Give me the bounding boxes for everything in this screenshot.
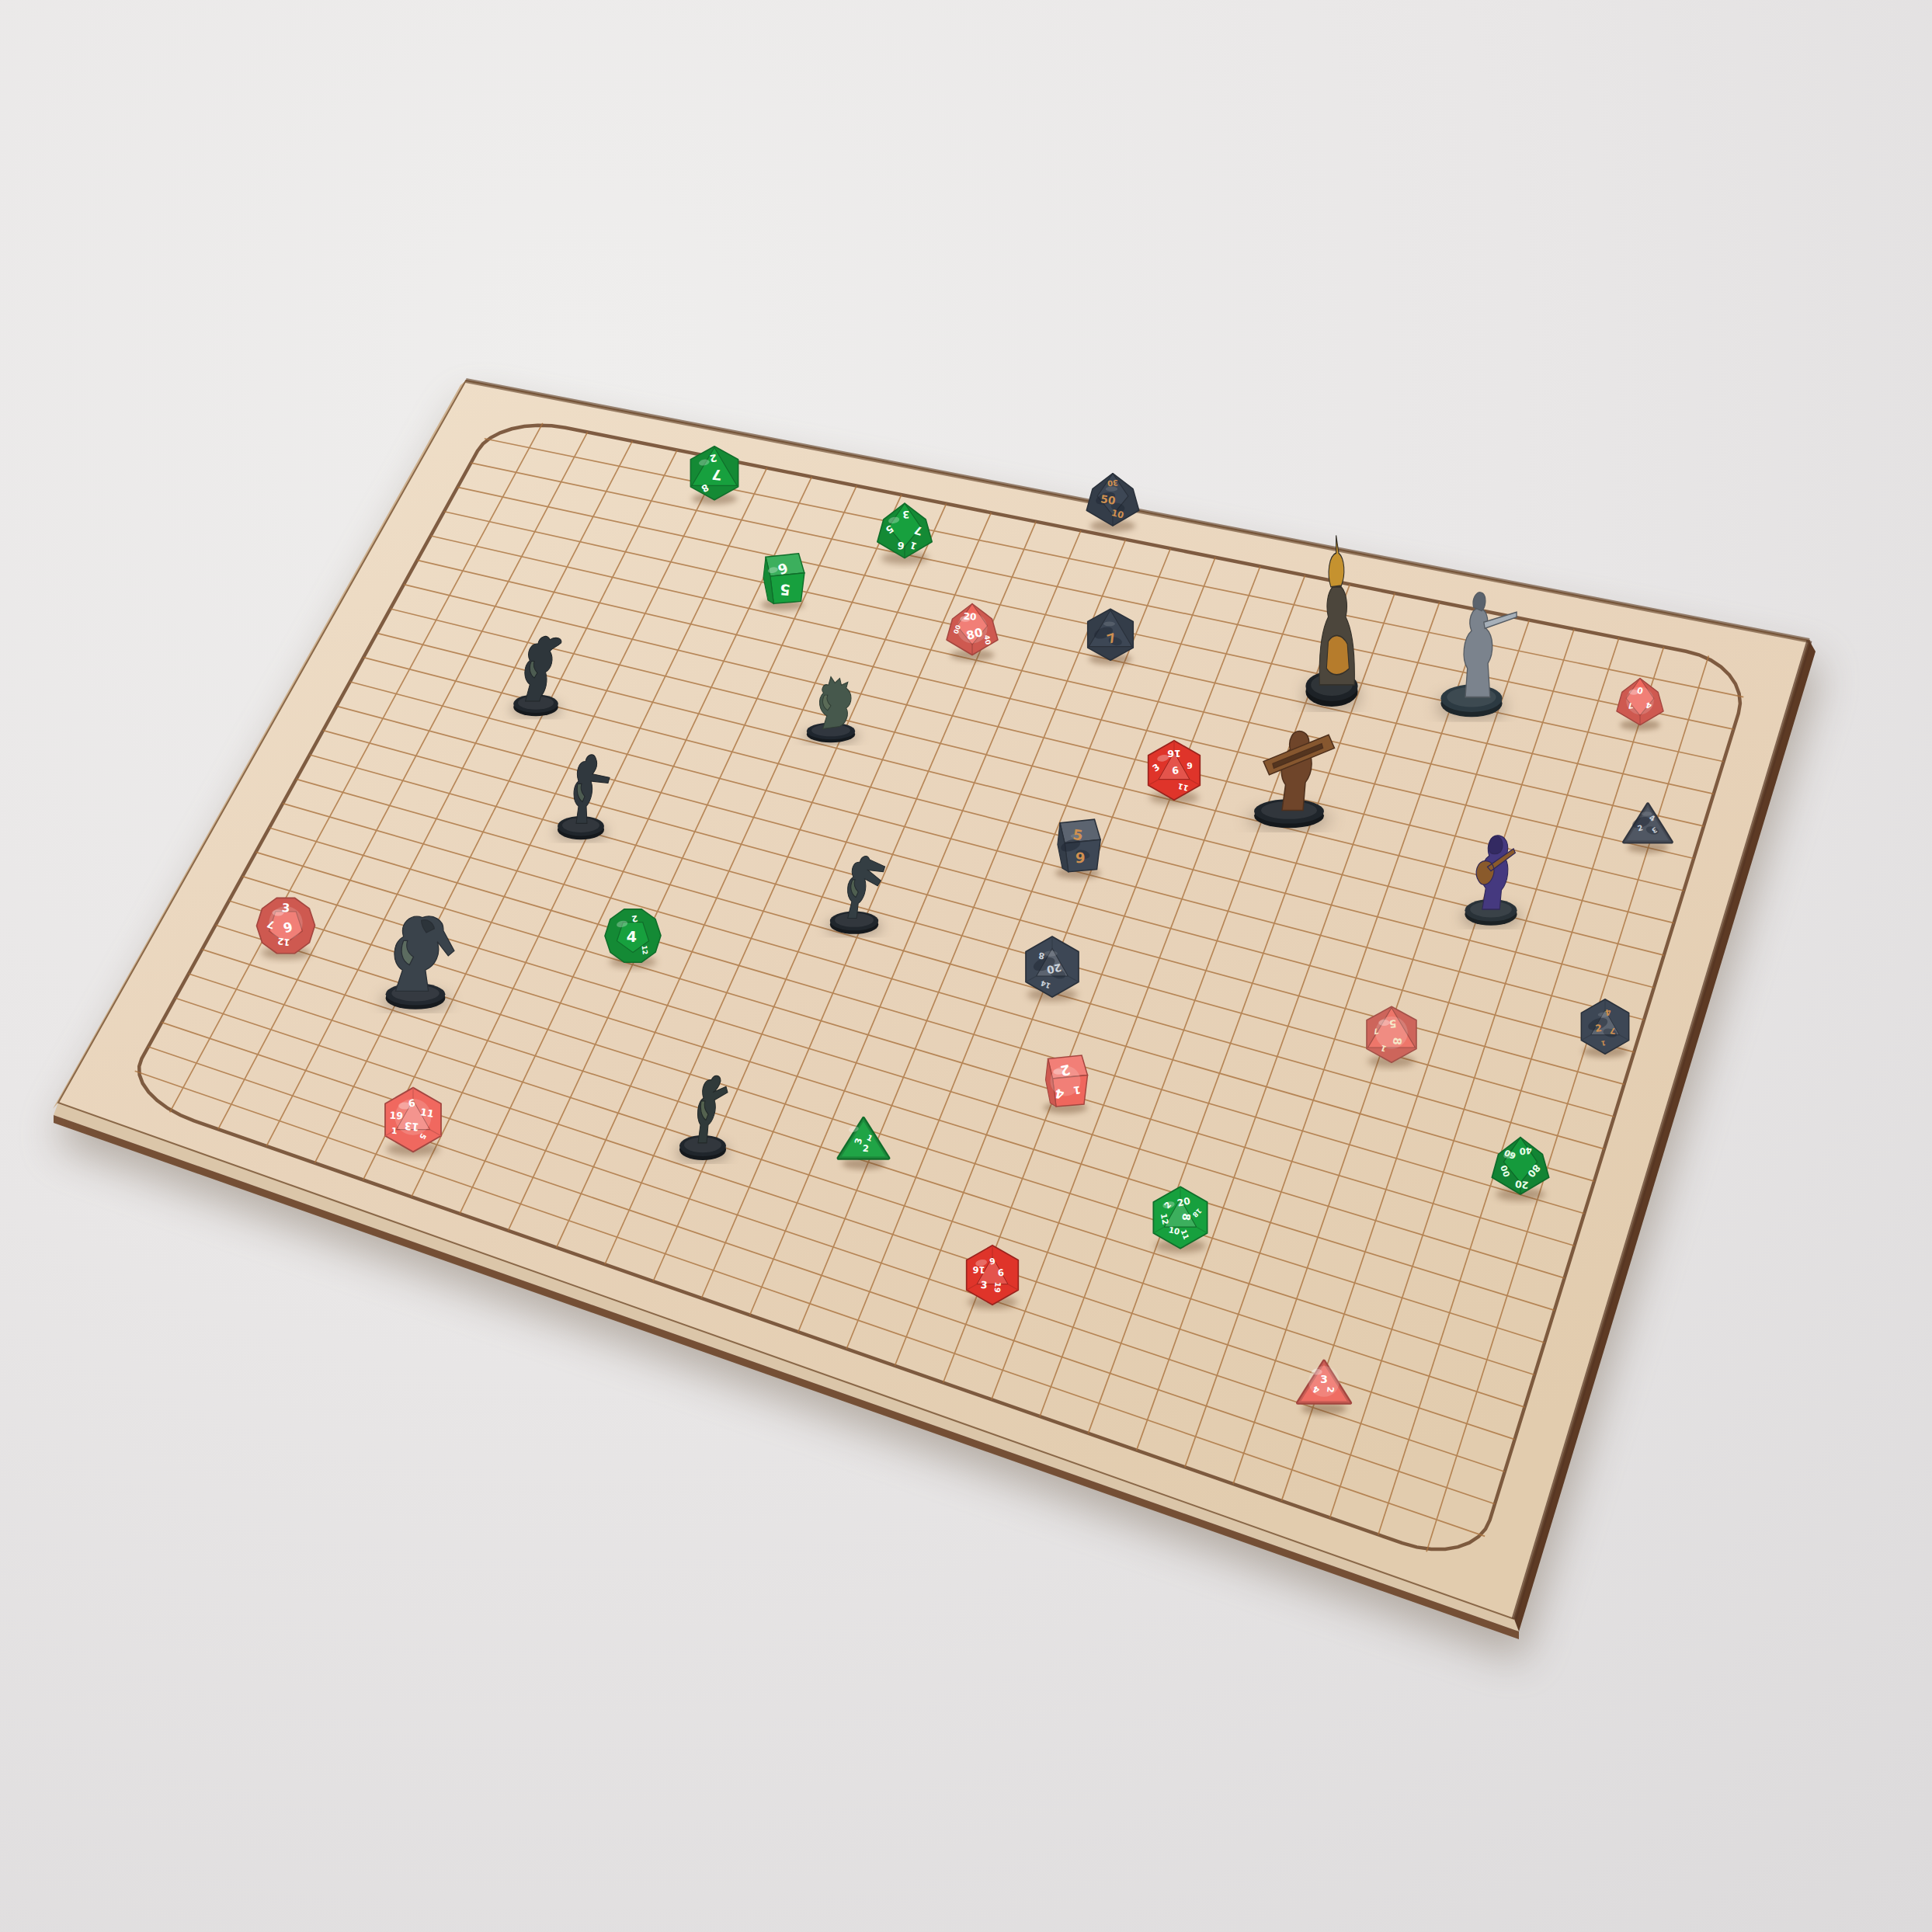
- die-face-number: 13: [404, 1120, 419, 1134]
- die-green-d20[interactable]: 202812101118: [1140, 1177, 1221, 1258]
- die-face-number: 6: [897, 540, 905, 552]
- die-face-number: 3: [1320, 1373, 1328, 1385]
- die-face-number: 8: [1391, 1037, 1404, 1045]
- die-red-d12[interactable]: 37612: [247, 887, 325, 964]
- die-dark-d4[interactable]: 423: [1615, 792, 1680, 857]
- die-face-number: 16: [1167, 748, 1181, 759]
- die-face-number: 8: [1180, 1213, 1193, 1221]
- die-face-number: 19: [993, 1281, 1002, 1293]
- die-face-number: 3: [902, 509, 909, 520]
- mini-ghoul-hunched[interactable]: [791, 638, 871, 745]
- die-red-d20-2[interactable]: 1669319: [954, 1236, 1031, 1314]
- mini-shape-accent: [1329, 535, 1344, 587]
- die-red-d10-percentile[interactable]: 20804000: [937, 596, 1007, 665]
- die-face-number: 16: [972, 1264, 985, 1276]
- mini-shape-accent: [1484, 612, 1517, 628]
- board-surface-group: [53, 380, 1816, 1639]
- die-face-number: 3: [281, 901, 290, 916]
- die-red-d20-16[interactable]: 1639611: [1135, 731, 1213, 809]
- die-face-number: 11: [419, 1106, 435, 1120]
- die-face-number: 12: [640, 945, 649, 956]
- mini-shape-extra: [1326, 635, 1349, 674]
- mini-knight-silver-sword[interactable]: [1420, 547, 1523, 722]
- mini-zombie-reaching[interactable]: [542, 718, 620, 843]
- die-face-number: 6: [1075, 850, 1086, 866]
- die-green-d12[interactable]: 2412: [596, 898, 670, 973]
- die-face-number: 5: [1388, 1017, 1397, 1030]
- die-face-number: 2: [1325, 1386, 1336, 1393]
- mini-standard-bearer[interactable]: [1231, 677, 1347, 832]
- mini-zombie-staggering[interactable]: [664, 1030, 742, 1164]
- die-face-number: 20: [963, 611, 977, 623]
- die-face-number: 1: [391, 1126, 397, 1136]
- die-dark-d8[interactable]: 7: [1076, 601, 1145, 669]
- mini-zombie-crouching[interactable]: [499, 603, 573, 720]
- die-face-number: 12: [1159, 1213, 1170, 1225]
- die-green-d10-percentile[interactable]: 4060002080: [1482, 1128, 1559, 1206]
- die-face-number: 5: [779, 581, 791, 599]
- die-green-d8[interactable]: 278: [679, 438, 750, 509]
- die-green-d10[interactable]: 35761: [867, 495, 942, 569]
- die-face-number: 40: [982, 634, 992, 645]
- die-face-number: 50: [1100, 492, 1116, 507]
- die-dark-d6[interactable]: 56: [1042, 812, 1114, 884]
- die-red-d10-0[interactable]: 074: [1608, 671, 1672, 735]
- mini-shape-extra: [1473, 592, 1485, 611]
- die-face-number: 20: [1514, 1178, 1529, 1191]
- die-face-number: 2: [862, 1143, 869, 1155]
- mini-bard-with-lute[interactable]: [1447, 788, 1534, 930]
- die-face-number: 7: [1610, 1026, 1617, 1037]
- die-green-d6[interactable]: 65: [749, 547, 817, 615]
- die-face-number: 12: [276, 936, 290, 948]
- die-green-d4[interactable]: 312: [829, 1106, 898, 1174]
- mini-undead-brute[interactable]: [366, 872, 465, 1013]
- battle-board: [0, 0, 1932, 1932]
- die-face-number: 40: [1519, 1145, 1532, 1157]
- die-red-d4[interactable]: 342: [1288, 1348, 1360, 1419]
- mini-shape-extra: [1489, 836, 1503, 854]
- die-dark-d10-percentile[interactable]: 305010: [1077, 465, 1148, 537]
- die-face-number: 2: [1595, 1023, 1603, 1034]
- die-face-number: 30: [1107, 478, 1119, 488]
- die-face-number: 19: [389, 1110, 404, 1122]
- die-dark-d20[interactable]: 82014: [1013, 927, 1092, 1006]
- die-face-number: 9: [997, 1267, 1004, 1278]
- die-dark-d20-2[interactable]: 4271: [1569, 991, 1641, 1062]
- die-red-d8-frosted[interactable]: 5817: [1354, 998, 1429, 1072]
- die-face-number: 3: [980, 1279, 988, 1291]
- die-face-number: 4: [626, 928, 637, 946]
- die-face-number: 6: [1187, 760, 1193, 770]
- scene: 2783050103576165208040007074163961142356…: [0, 0, 1932, 1932]
- die-red-d20-shimmer[interactable]: 199111135: [371, 1078, 455, 1162]
- die-face-number: 7: [711, 467, 723, 484]
- mini-ghoul-leaping[interactable]: [814, 815, 895, 937]
- die-red-d6[interactable]: 241: [1030, 1048, 1100, 1118]
